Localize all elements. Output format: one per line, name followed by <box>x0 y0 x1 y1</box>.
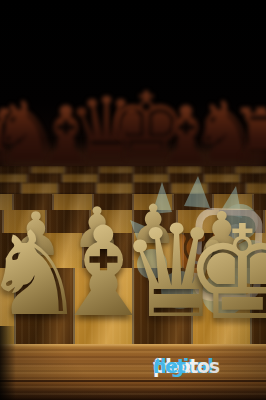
dark-square <box>14 194 52 210</box>
board-front-rail <box>0 344 266 400</box>
dark-square <box>94 194 132 210</box>
light-square <box>97 183 133 194</box>
light-square <box>63 174 97 183</box>
dark-square <box>84 233 132 268</box>
freedigitalphotos-logo-icon <box>128 168 266 318</box>
chess-photo: ♜♞♝♛♚♝♞♜♟♟♟♟♞♝♛♚ freedigitalphotos✦net <box>0 0 266 400</box>
light-square <box>35 233 83 268</box>
light-square <box>54 194 92 210</box>
dark-square <box>28 174 62 183</box>
dark-square <box>0 166 30 174</box>
dark-square <box>66 166 98 174</box>
wm-net: net <box>153 355 185 377</box>
dark-square <box>0 233 33 268</box>
bottom-left-shadow <box>0 326 16 400</box>
light-square <box>0 174 26 183</box>
light-square <box>91 210 133 233</box>
dark-square <box>16 268 73 346</box>
light-square <box>75 268 132 346</box>
dark-square <box>59 183 95 194</box>
dark-square <box>0 210 2 233</box>
light-square <box>32 166 64 174</box>
dark-square <box>47 210 89 233</box>
dark-square <box>0 183 20 194</box>
light-square <box>22 183 58 194</box>
light-square <box>4 210 46 233</box>
rail-groove-line <box>0 380 266 382</box>
light-square <box>0 194 12 210</box>
dark-square <box>99 174 133 183</box>
